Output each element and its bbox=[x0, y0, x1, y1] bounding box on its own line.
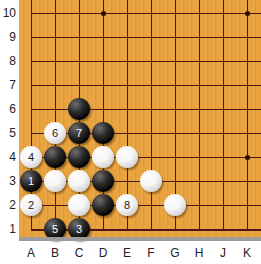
stone-white-A2: 2 bbox=[20, 194, 42, 216]
stone-white-C2 bbox=[68, 194, 90, 216]
move-number: 1 bbox=[28, 176, 34, 187]
stone-white-B5: 6 bbox=[44, 122, 66, 144]
grid-line-row-7 bbox=[31, 85, 261, 86]
move-number: 3 bbox=[76, 224, 82, 235]
grid-line-row-2 bbox=[31, 205, 261, 206]
move-number: 6 bbox=[52, 128, 58, 139]
grid-line-col-H bbox=[199, 0, 200, 231]
row-label-7: 7 bbox=[0, 77, 16, 93]
stone-white-B3 bbox=[44, 170, 66, 192]
stone-black-C5: 7 bbox=[68, 122, 90, 144]
move-number: 7 bbox=[76, 128, 82, 139]
stone-black-D3 bbox=[92, 170, 114, 192]
stone-white-C3 bbox=[68, 170, 90, 192]
stone-black-A3: 1 bbox=[20, 170, 42, 192]
stone-white-F3 bbox=[140, 170, 162, 192]
stone-white-A4: 4 bbox=[20, 146, 42, 168]
row-label-6: 6 bbox=[0, 101, 16, 117]
grid-line-row-9 bbox=[31, 37, 261, 38]
move-number: 2 bbox=[28, 200, 34, 211]
stone-black-B4 bbox=[44, 146, 66, 168]
row-label-5: 5 bbox=[0, 125, 16, 141]
grid-line-row-6 bbox=[31, 109, 261, 110]
col-label-K: K bbox=[239, 245, 255, 261]
stone-white-D4 bbox=[92, 146, 114, 168]
col-label-E: E bbox=[119, 245, 135, 261]
go-diagram: 67412853 10987654321ABCDEFGHJK bbox=[0, 0, 261, 264]
star-point-D10 bbox=[101, 11, 106, 16]
stone-white-E4 bbox=[116, 146, 138, 168]
col-label-D: D bbox=[95, 245, 111, 261]
stone-black-D5 bbox=[92, 122, 114, 144]
row-label-8: 8 bbox=[0, 53, 16, 69]
grid-line-col-K bbox=[247, 0, 248, 231]
col-label-A: A bbox=[23, 245, 39, 261]
row-label-3: 3 bbox=[0, 173, 16, 189]
col-label-H: H bbox=[191, 245, 207, 261]
grid-line-col-B bbox=[55, 0, 56, 231]
stone-black-C4 bbox=[68, 146, 90, 168]
move-number: 4 bbox=[28, 152, 34, 163]
star-point-K4 bbox=[245, 155, 250, 160]
grid-line-col-J bbox=[223, 0, 224, 231]
grid-line-row-8 bbox=[31, 61, 261, 62]
stone-white-E2: 8 bbox=[116, 194, 138, 216]
go-board[interactable]: 67412853 bbox=[19, 0, 261, 237]
row-label-1: 1 bbox=[0, 221, 16, 237]
star-point-K10 bbox=[245, 11, 250, 16]
stone-white-G2 bbox=[164, 194, 186, 216]
stone-black-C6 bbox=[68, 98, 90, 120]
move-number: 5 bbox=[52, 224, 58, 235]
board-edge-shadow bbox=[19, 237, 261, 241]
col-label-C: C bbox=[71, 245, 87, 261]
col-label-F: F bbox=[143, 245, 159, 261]
row-label-9: 9 bbox=[0, 29, 16, 45]
row-label-2: 2 bbox=[0, 197, 16, 213]
move-number: 8 bbox=[124, 200, 130, 211]
col-label-J: J bbox=[215, 245, 231, 261]
row-label-4: 4 bbox=[0, 149, 16, 165]
col-label-G: G bbox=[167, 245, 183, 261]
row-label-10: 10 bbox=[0, 5, 16, 21]
grid-line-row-10 bbox=[31, 13, 261, 14]
col-label-B: B bbox=[47, 245, 63, 261]
grid-line-col-F bbox=[151, 0, 152, 231]
stone-black-D2 bbox=[92, 194, 114, 216]
